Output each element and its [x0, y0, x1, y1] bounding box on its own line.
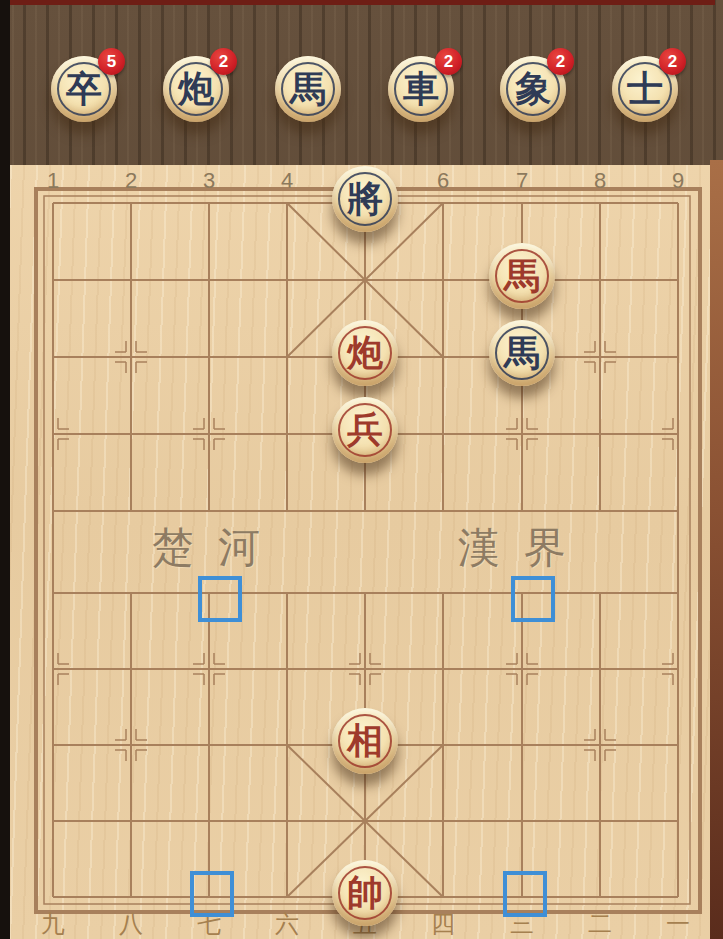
piece-ring: 兵	[338, 403, 392, 457]
board-piece-將-f5r0[interactable]: 將	[332, 166, 398, 232]
piece-glyph: 帥	[347, 875, 383, 911]
file-label-bottom-一: 一	[658, 908, 698, 939]
file-label-bottom-四: 四	[423, 908, 463, 939]
captured-piece-象: 象2	[500, 56, 566, 122]
file-label-top-6: 6	[423, 168, 463, 194]
piece-ring: 馬	[281, 62, 335, 116]
file-label-top-7: 7	[502, 168, 542, 194]
piece-glyph: 象	[515, 71, 551, 107]
right-edge-strip	[710, 160, 723, 939]
captured-piece-車: 車2	[388, 56, 454, 122]
piece-ring: 炮	[338, 326, 392, 380]
captured-count-badge: 2	[435, 48, 462, 75]
piece-glyph: 馬	[504, 335, 540, 371]
piece-ring: 馬	[495, 249, 549, 303]
captured-piece-炮: 炮2	[163, 56, 229, 122]
file-label-bottom-九: 九	[33, 908, 73, 939]
file-label-bottom-八: 八	[111, 908, 151, 939]
captured-piece-馬: 馬	[275, 56, 341, 122]
highlight-square-f3r5[interactable]	[198, 576, 242, 622]
piece-ring: 相	[338, 714, 392, 768]
piece-glyph: 卒	[66, 71, 102, 107]
piece-ring: 馬	[495, 326, 549, 380]
piece-glyph: 車	[403, 71, 439, 107]
captured-count-badge: 2	[210, 48, 237, 75]
captured-piece-士: 士2	[612, 56, 678, 122]
piece-glyph: 馬	[290, 71, 326, 107]
file-label-top-3: 3	[189, 168, 229, 194]
highlight-square-f3r9[interactable]	[190, 871, 234, 917]
board-piece-帥-f5r9[interactable]: 帥	[332, 860, 398, 926]
board-piece-兵-f5r3[interactable]: 兵	[332, 397, 398, 463]
captured-count-badge: 2	[659, 48, 686, 75]
file-label-top-2: 2	[111, 168, 151, 194]
piece-glyph: 兵	[347, 412, 383, 448]
file-label-bottom-二: 二	[580, 908, 620, 939]
captured-count-badge: 5	[98, 48, 125, 75]
highlight-square-f7r9[interactable]	[503, 871, 547, 917]
highlight-square-f7r5[interactable]	[511, 576, 555, 622]
piece-glyph: 相	[347, 723, 383, 759]
piece-glyph: 馬	[504, 258, 540, 294]
board-piece-炮-f5r2[interactable]: 炮	[332, 320, 398, 386]
piece-glyph: 將	[347, 181, 383, 217]
captured-count-badge: 2	[547, 48, 574, 75]
board-piece-相-f5r7[interactable]: 相	[332, 708, 398, 774]
file-label-top-9: 9	[658, 168, 698, 194]
file-label-bottom-六: 六	[267, 908, 307, 939]
left-edge-strip	[0, 0, 10, 939]
board-piece-馬-f7r2[interactable]: 馬	[489, 320, 555, 386]
board-piece-馬-f7r1[interactable]: 馬	[489, 243, 555, 309]
piece-glyph: 士	[627, 71, 663, 107]
piece-ring: 將	[338, 172, 392, 226]
file-label-top-1: 1	[33, 168, 73, 194]
river-text-right: 漢界	[458, 520, 590, 576]
captured-piece-卒: 卒5	[51, 56, 117, 122]
top-accent-line	[8, 0, 715, 5]
file-label-top-4: 4	[267, 168, 307, 194]
river-text-left: 楚河	[152, 520, 284, 576]
file-label-top-8: 8	[580, 168, 620, 194]
piece-glyph: 炮	[178, 71, 214, 107]
piece-glyph: 炮	[347, 335, 383, 371]
piece-ring: 帥	[338, 866, 392, 920]
board-surface	[10, 165, 713, 939]
xiangqi-app: 卒5炮2馬車2象2士2 123456789九八七六五四三二一 楚河 漢界 將馬炮…	[0, 0, 723, 939]
